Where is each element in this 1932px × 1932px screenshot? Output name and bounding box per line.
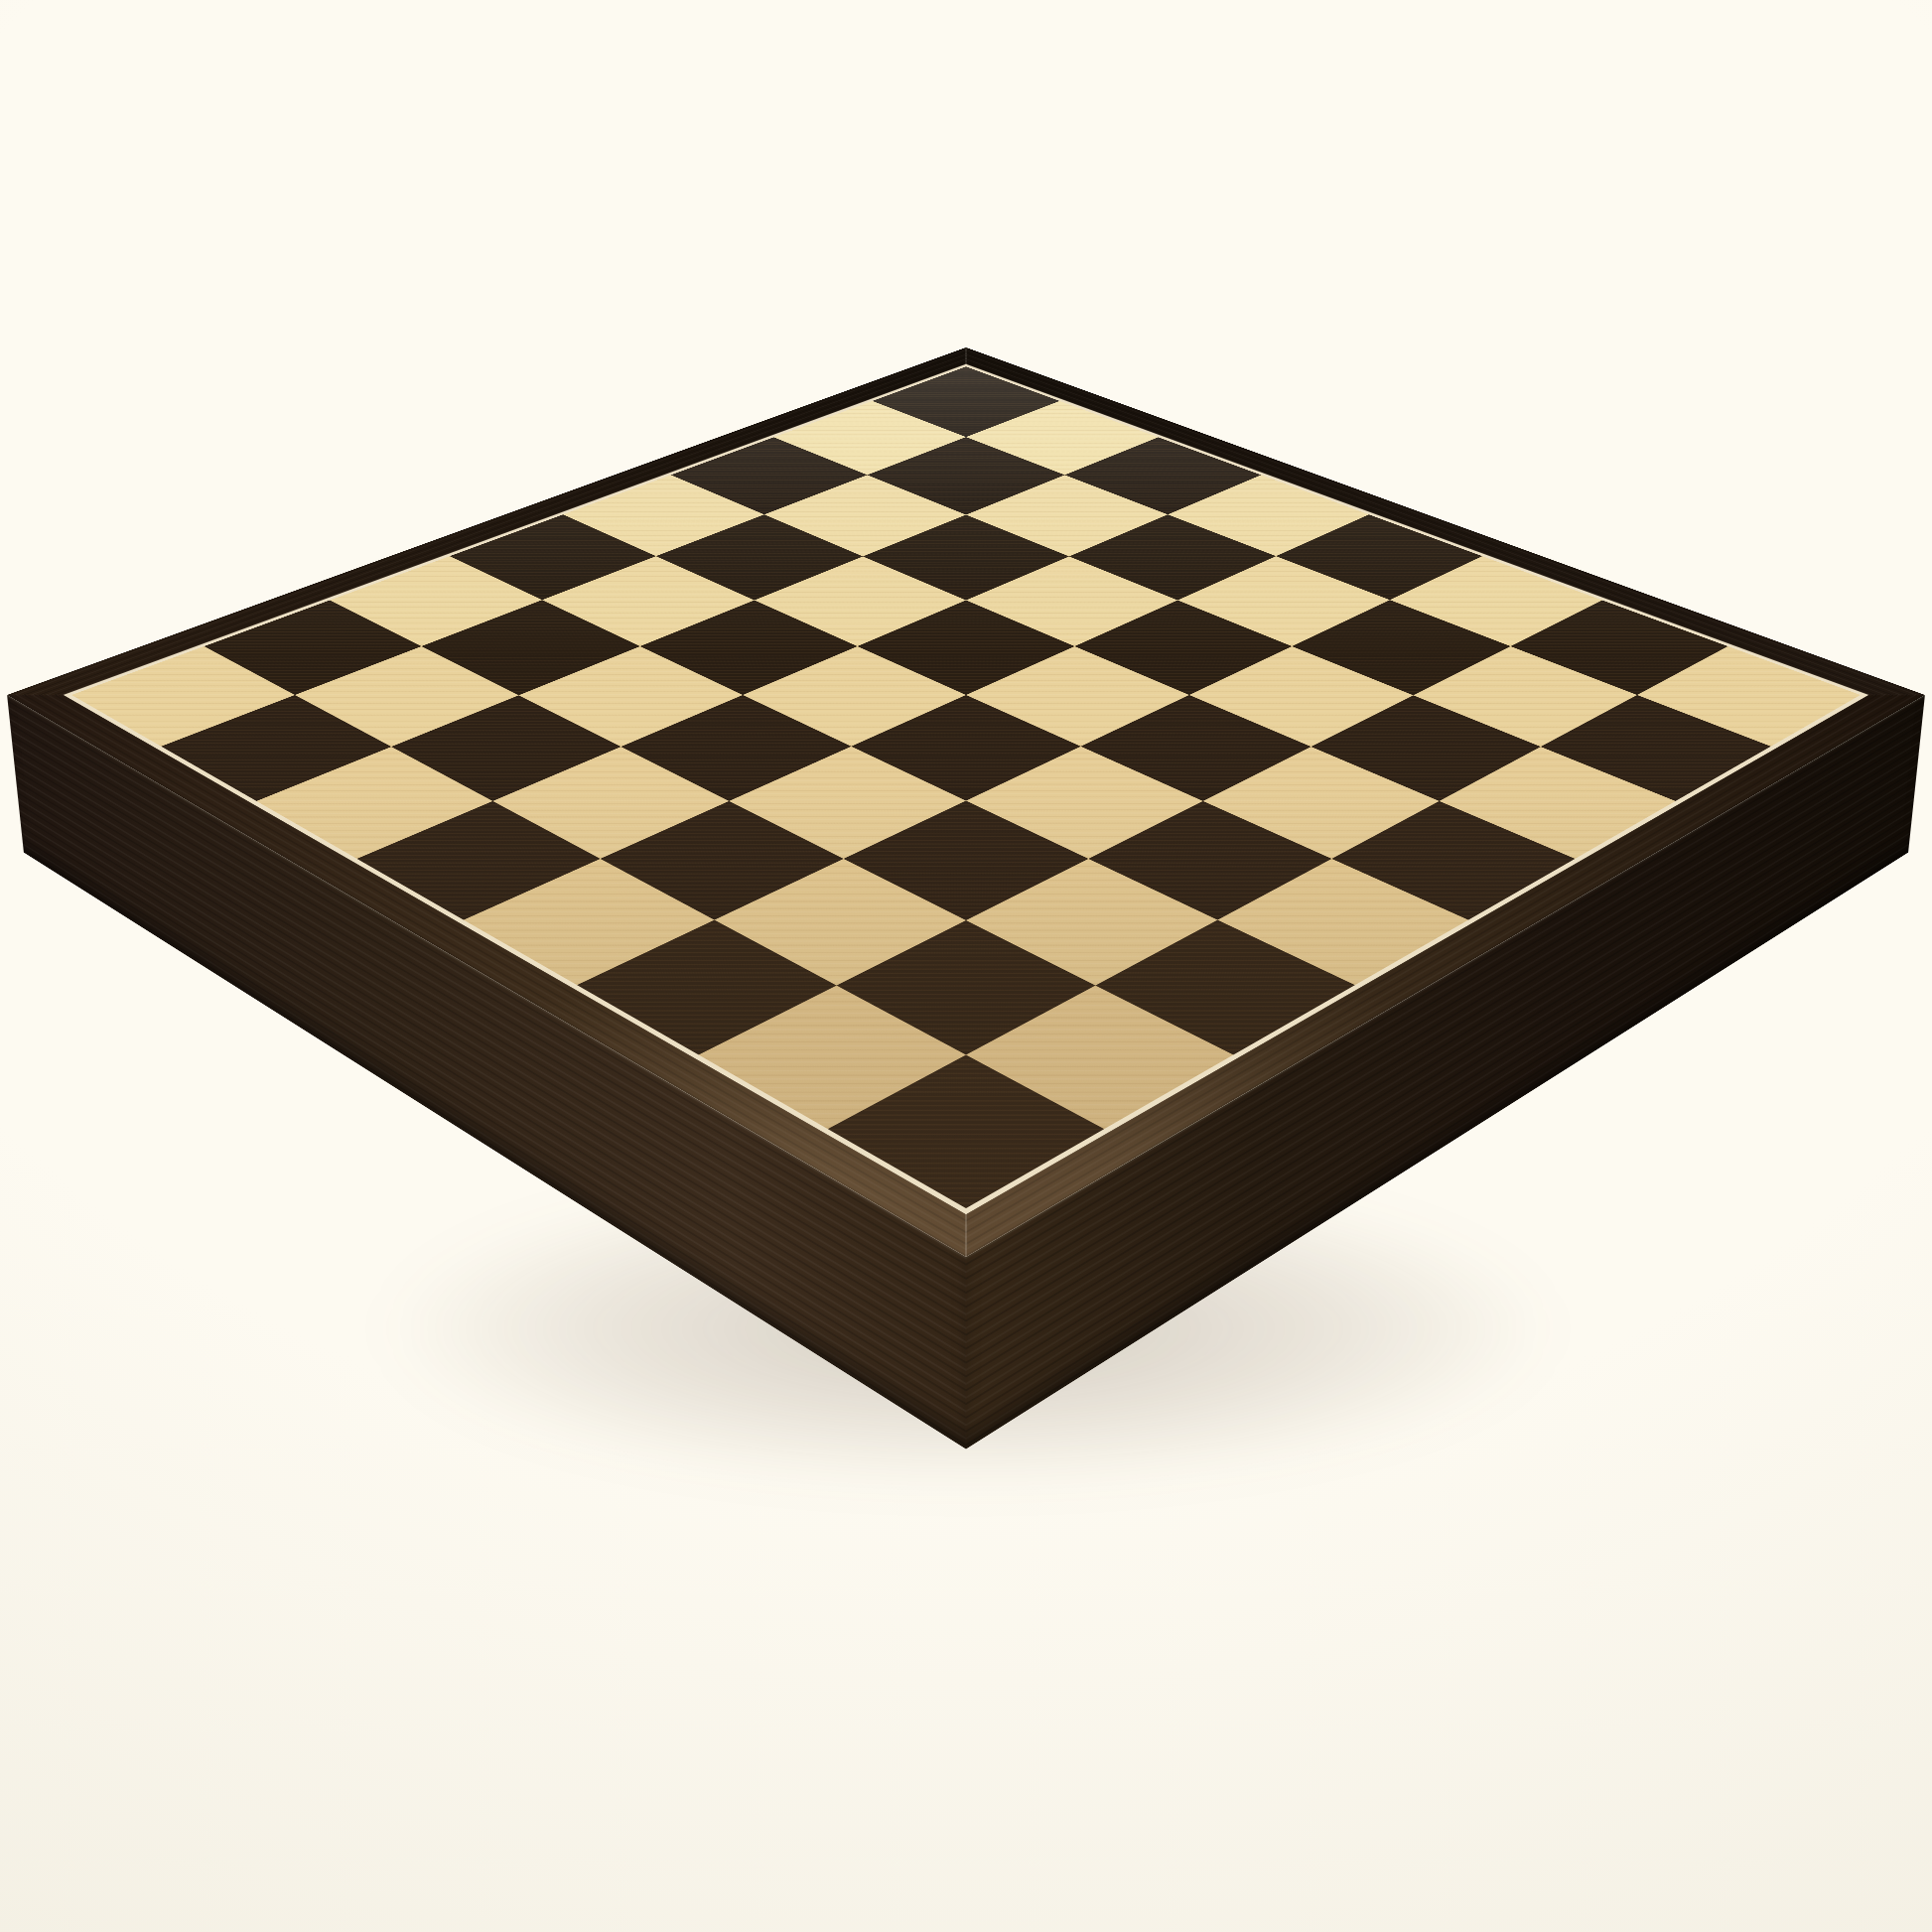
square-c5[interactable] — [621, 695, 852, 801]
square-f2[interactable] — [1311, 695, 1541, 801]
square-d4[interactable] — [851, 695, 1081, 801]
perspective-scene — [0, 0, 1932, 1932]
square-e3[interactable] — [1081, 695, 1311, 801]
square-c3[interactable] — [844, 801, 1087, 920]
square-b2[interactable] — [836, 920, 1095, 1055]
square-d2[interactable] — [1088, 801, 1331, 920]
chess-board — [7, 347, 1925, 1257]
maple-inlay-line — [64, 364, 1869, 1215]
square-b4[interactable] — [601, 801, 844, 920]
square-c4[interactable] — [730, 747, 966, 859]
square-b5[interactable] — [492, 747, 729, 859]
square-d3[interactable] — [966, 747, 1202, 859]
board-field — [71, 366, 1861, 1208]
square-b3[interactable] — [715, 859, 966, 985]
studio-background — [0, 0, 1932, 1932]
square-b6[interactable] — [391, 695, 621, 801]
square-e2[interactable] — [1202, 747, 1439, 859]
square-c2[interactable] — [966, 859, 1217, 985]
